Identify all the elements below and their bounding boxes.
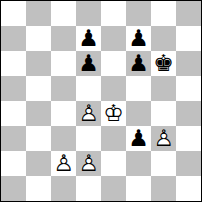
square-b3[interactable] [26,126,51,151]
chess-board: ♟♟♟♟♚♟♙♚♔♟♟♙♟♙♟♙ [0,0,202,202]
square-a4[interactable] [1,101,26,126]
chess-diagram: ♟♟♟♟♚♟♙♚♔♟♟♙♟♙♟♙ [0,0,202,202]
square-f5[interactable] [126,76,151,101]
square-c4[interactable] [51,101,76,126]
square-b8[interactable] [26,1,51,26]
square-h7[interactable] [176,26,201,51]
square-g3[interactable]: ♟♙ [151,126,176,151]
square-b4[interactable] [26,101,51,126]
square-g5[interactable] [151,76,176,101]
black-pawn-glyph: ♟ [126,51,151,76]
square-d4[interactable]: ♟♙ [76,101,101,126]
square-e8[interactable] [101,1,126,26]
black-pawn[interactable]: ♟ [126,26,151,51]
square-d7[interactable]: ♟ [76,26,101,51]
square-a3[interactable] [1,126,26,151]
square-b1[interactable] [26,176,51,201]
square-c1[interactable] [51,176,76,201]
square-a2[interactable] [1,151,26,176]
black-pawn-glyph: ♟ [126,26,151,51]
square-e7[interactable] [101,26,126,51]
white-pawn[interactable]: ♟♙ [151,126,176,151]
square-d5[interactable] [76,76,101,101]
square-e3[interactable] [101,126,126,151]
black-pawn[interactable]: ♟ [76,51,101,76]
square-f6[interactable]: ♟ [126,51,151,76]
square-h2[interactable] [176,151,201,176]
square-h4[interactable] [176,101,201,126]
white-king-outline-glyph: ♔ [101,101,126,126]
square-e1[interactable] [101,176,126,201]
white-pawn-outline-glyph: ♙ [151,126,176,151]
square-g6[interactable]: ♚ [151,51,176,76]
black-pawn[interactable]: ♟ [76,26,101,51]
square-d2[interactable]: ♟♙ [76,151,101,176]
square-f2[interactable] [126,151,151,176]
square-h1[interactable] [176,176,201,201]
square-g8[interactable] [151,1,176,26]
square-f7[interactable]: ♟ [126,26,151,51]
square-c8[interactable] [51,1,76,26]
square-b6[interactable] [26,51,51,76]
square-e6[interactable] [101,51,126,76]
white-pawn[interactable]: ♟♙ [76,151,101,176]
square-h8[interactable] [176,1,201,26]
square-c6[interactable] [51,51,76,76]
white-pawn-outline-glyph: ♙ [76,151,101,176]
square-g7[interactable] [151,26,176,51]
square-b7[interactable] [26,26,51,51]
square-g2[interactable] [151,151,176,176]
square-f3[interactable]: ♟ [126,126,151,151]
square-f1[interactable] [126,176,151,201]
square-h6[interactable] [176,51,201,76]
white-pawn-outline-glyph: ♙ [51,151,76,176]
square-c2[interactable]: ♟♙ [51,151,76,176]
black-king[interactable]: ♚ [151,51,176,76]
square-h5[interactable] [176,76,201,101]
black-pawn[interactable]: ♟ [126,51,151,76]
black-pawn-glyph: ♟ [76,26,101,51]
black-king-glyph: ♚ [151,51,176,76]
square-e4[interactable]: ♚♔ [101,101,126,126]
black-pawn-glyph: ♟ [76,51,101,76]
white-pawn[interactable]: ♟♙ [76,101,101,126]
white-pawn-outline-glyph: ♙ [76,101,101,126]
square-f8[interactable] [126,1,151,26]
square-c3[interactable] [51,126,76,151]
black-pawn-glyph: ♟ [126,126,151,151]
square-e5[interactable] [101,76,126,101]
white-pawn[interactable]: ♟♙ [51,151,76,176]
square-h3[interactable] [176,126,201,151]
square-g4[interactable] [151,101,176,126]
square-e2[interactable] [101,151,126,176]
square-g1[interactable] [151,176,176,201]
square-a1[interactable] [1,176,26,201]
white-king[interactable]: ♚♔ [101,101,126,126]
square-d8[interactable] [76,1,101,26]
square-d6[interactable]: ♟ [76,51,101,76]
square-b2[interactable] [26,151,51,176]
square-b5[interactable] [26,76,51,101]
black-pawn[interactable]: ♟ [126,126,151,151]
square-f4[interactable] [126,101,151,126]
square-c7[interactable] [51,26,76,51]
square-a5[interactable] [1,76,26,101]
square-a8[interactable] [1,1,26,26]
square-a6[interactable] [1,51,26,76]
square-d1[interactable] [76,176,101,201]
square-d3[interactable] [76,126,101,151]
square-a7[interactable] [1,26,26,51]
square-c5[interactable] [51,76,76,101]
